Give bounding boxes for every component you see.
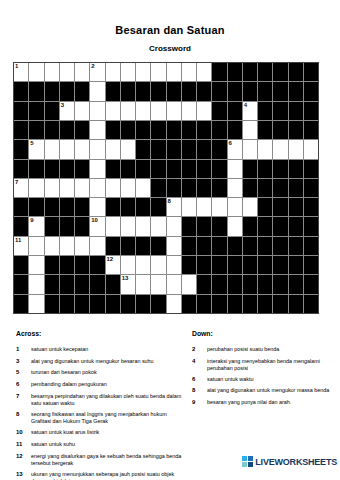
letter-cell-r3c12[interactable]: [182, 102, 196, 120]
block-cell: [273, 256, 287, 274]
clue-number-5: 5: [30, 140, 33, 147]
letter-cell-r1c10[interactable]: [151, 63, 165, 81]
letter-cell-r3c7[interactable]: [106, 102, 120, 120]
block-cell: [228, 237, 242, 255]
letter-cell-r8c12[interactable]: [182, 198, 196, 216]
block-cell: [273, 63, 287, 81]
letter-cell-r10c1[interactable]: 11: [14, 237, 28, 255]
block-cell: [197, 217, 211, 235]
letter-cell-r7c9[interactable]: [136, 179, 150, 197]
letter-cell-r7c1[interactable]: 7: [14, 179, 28, 197]
block-cell: [304, 121, 318, 139]
block-cell: [45, 198, 59, 216]
block-cell: [258, 102, 272, 120]
block-cell: [45, 121, 59, 139]
letter-cell-r7c4[interactable]: [60, 179, 74, 197]
block-cell: [45, 256, 59, 274]
block-cell: [182, 217, 196, 235]
clue-num: 8: [16, 411, 31, 425]
block-cell: [182, 121, 196, 139]
block-cell: [45, 275, 59, 293]
letter-cell-r3c13[interactable]: [197, 102, 211, 120]
page-subtitle: Crossword: [0, 44, 340, 53]
block-cell: [14, 102, 28, 120]
block-cell: [304, 102, 318, 120]
letter-cell-r2c6[interactable]: [90, 82, 104, 100]
liveworksheets-logo-text: LIVEWORKSHEETS: [255, 457, 337, 467]
letter-cell-r10c11[interactable]: [167, 237, 181, 255]
block-cell: [228, 102, 242, 120]
across-clue-12: 12energi yang disalurkan gaya ke sebuah …: [16, 453, 186, 467]
letter-cell-r1c11[interactable]: [167, 63, 181, 81]
letter-cell-r5c5[interactable]: [75, 140, 89, 158]
block-cell: [121, 160, 135, 178]
letter-cell-r6c15[interactable]: [228, 160, 242, 178]
block-cell: [182, 140, 196, 158]
clue-number-11: 11: [15, 237, 21, 244]
block-cell: [243, 256, 257, 274]
letter-cell-r9c10[interactable]: [151, 217, 165, 235]
block-cell: [197, 160, 211, 178]
clue-number-13: 13: [122, 275, 129, 282]
letter-cell-r12c9[interactable]: [136, 275, 150, 293]
block-cell: [151, 160, 165, 178]
letter-cell-r7c7[interactable]: [106, 179, 120, 197]
block-cell: [304, 63, 318, 81]
letter-cell-r1c9[interactable]: [136, 63, 150, 81]
block-cell: [197, 140, 211, 158]
block-cell: [289, 295, 303, 313]
clue-number-9: 9: [30, 217, 33, 224]
letter-cell-r5c8[interactable]: [121, 140, 135, 158]
block-cell: [289, 179, 303, 197]
clue-text: interaksi yang menyebabkan benda mengala…: [207, 358, 336, 372]
letter-cell-r1c2[interactable]: [29, 63, 43, 81]
clue-number-12: 12: [107, 256, 114, 263]
block-cell: [304, 256, 318, 274]
block-cell: [258, 198, 272, 216]
block-cell: [197, 82, 211, 100]
letter-cell-r3c16[interactable]: 4: [243, 102, 257, 120]
letter-cell-r3c5[interactable]: [75, 102, 89, 120]
block-cell: [289, 102, 303, 120]
letter-cell-r1c12[interactable]: [182, 63, 196, 81]
block-cell: [45, 160, 59, 178]
block-cell: [29, 82, 43, 100]
block-cell: [273, 198, 287, 216]
letter-cell-r9c8[interactable]: [121, 217, 135, 235]
block-cell: [60, 295, 74, 313]
down-list: 2perubahan posisi suatu benda4interaksi …: [192, 346, 336, 407]
clue-num: 1: [16, 346, 31, 354]
block-cell: [121, 295, 135, 313]
block-cell: [304, 217, 318, 235]
block-cell: [228, 295, 242, 313]
block-cell: [197, 237, 211, 255]
clue-text: turunan dari besaran pokok: [31, 369, 186, 377]
block-cell: [14, 198, 28, 216]
block-cell: [243, 160, 257, 178]
block-cell: [289, 256, 303, 274]
letter-cell-r12c2[interactable]: [29, 275, 43, 293]
across-clue-11: 11satuan untuk suhu: [16, 441, 186, 449]
block-cell: [212, 82, 226, 100]
clue-number-10: 10: [91, 217, 98, 224]
block-cell: [289, 82, 303, 100]
block-cell: [121, 198, 135, 216]
letter-cell-r9c9[interactable]: [136, 217, 150, 235]
block-cell: [14, 140, 28, 158]
block-cell: [182, 82, 196, 100]
clue-number-6: 6: [229, 140, 232, 147]
block-cell: [243, 179, 257, 197]
block-cell: [243, 217, 257, 235]
block-cell: [258, 63, 272, 81]
letter-cell-r11c9[interactable]: [136, 256, 150, 274]
clue-number-4: 4: [244, 102, 247, 109]
block-cell: [60, 121, 74, 139]
block-cell: [212, 140, 226, 158]
letter-cell-r10c3[interactable]: [45, 237, 59, 255]
block-cell: [167, 82, 181, 100]
letter-cell-r11c8[interactable]: [121, 256, 135, 274]
block-cell: [258, 179, 272, 197]
block-cell: [151, 198, 165, 216]
clue-text: alat yang digunakan untuk mengukur massa…: [207, 387, 336, 395]
block-cell: [289, 237, 303, 255]
letter-cell-r10c5[interactable]: [75, 237, 89, 255]
block-cell: [14, 121, 28, 139]
block-cell: [151, 140, 165, 158]
letter-cell-r5c2[interactable]: 5: [29, 140, 43, 158]
letter-cell-r12c10[interactable]: [151, 275, 165, 293]
clue-text: pembanding dalam pengukuran: [31, 381, 186, 389]
down-clue-6: 6satuan untuk waktu: [192, 376, 336, 384]
block-cell: [167, 179, 181, 197]
clue-text: satuan untuk suhu: [31, 441, 186, 449]
across-clue-13: 13ukuran yang menunjukkan seberapa jauh …: [16, 471, 186, 480]
block-cell: [273, 82, 287, 100]
clue-text: perubahan posisi suatu benda: [207, 346, 336, 354]
letter-cell-r8c15[interactable]: [228, 198, 242, 216]
block-cell: [14, 275, 28, 293]
letter-cell-r1c7[interactable]: [106, 63, 120, 81]
letter-cell-r11c2[interactable]: [29, 256, 43, 274]
letter-cell-r8c13[interactable]: [197, 198, 211, 216]
block-cell: [29, 160, 43, 178]
letter-cell-r5c3[interactable]: [45, 140, 59, 158]
clue-text: satuan untuk waktu: [207, 376, 336, 384]
across-clue-1: 1satuan untuk kecepatan: [16, 346, 186, 354]
block-cell: [212, 121, 226, 139]
block-cell: [258, 82, 272, 100]
block-cell: [258, 237, 272, 255]
letter-cell-r9c6[interactable]: 10: [90, 217, 104, 235]
block-cell: [75, 295, 89, 313]
clue-num: 9: [192, 399, 207, 407]
clue-text: besaran yang punya nilai dan arah.: [207, 399, 336, 407]
block-cell: [304, 82, 318, 100]
block-cell: [136, 121, 150, 139]
block-cell: [121, 121, 135, 139]
down-clue-2: 2perubahan posisi suatu benda: [192, 346, 336, 354]
block-cell: [212, 63, 226, 81]
clue-num: 6: [192, 376, 207, 384]
block-cell: [273, 160, 287, 178]
letter-cell-r3c8[interactable]: [121, 102, 135, 120]
block-cell: [182, 179, 196, 197]
block-cell: [273, 295, 287, 313]
clue-text: energi yang disalurkan gaya ke sebuah be…: [31, 453, 186, 467]
block-cell: [151, 121, 165, 139]
block-cell: [136, 237, 150, 255]
block-cell: [289, 160, 303, 178]
letter-cell-r1c3[interactable]: [45, 63, 59, 81]
block-cell: [212, 179, 226, 197]
block-cell: [212, 256, 226, 274]
block-cell: [75, 82, 89, 100]
block-cell: [151, 179, 165, 197]
block-cell: [90, 295, 104, 313]
block-cell: [212, 217, 226, 235]
across-clues: Across: 1satuan untuk kecepatan3alat yan…: [16, 330, 186, 480]
letter-cell-r1c5[interactable]: [75, 63, 89, 81]
block-cell: [60, 217, 74, 235]
across-clue-10: 10satuan untuk kuat arus listrik: [16, 429, 186, 437]
block-cell: [228, 121, 242, 139]
down-clues: Down: 2perubahan posisi suatu benda4inte…: [192, 330, 336, 411]
block-cell: [90, 275, 104, 293]
letter-cell-r7c15[interactable]: [228, 179, 242, 197]
across-clue-5: 5turunan dari besaran pokok: [16, 369, 186, 377]
block-cell: [136, 295, 150, 313]
clue-text: besarnya perpindahan yang dilakukan oleh…: [31, 393, 186, 407]
clue-num: 2: [192, 346, 207, 354]
block-cell: [197, 121, 211, 139]
letter-cell-r3c11[interactable]: [167, 102, 181, 120]
block-cell: [197, 295, 211, 313]
block-cell: [258, 256, 272, 274]
letter-cell-r3c4[interactable]: 3: [60, 102, 74, 120]
letter-cell-r10c6[interactable]: [90, 237, 104, 255]
block-cell: [304, 179, 318, 197]
block-cell: [14, 256, 28, 274]
clue-num: 10: [16, 429, 31, 437]
letter-cell-r7c8[interactable]: [121, 179, 135, 197]
block-cell: [75, 198, 89, 216]
letter-cell-r3c9[interactable]: [136, 102, 150, 120]
block-cell: [243, 82, 257, 100]
letter-cell-r6c6[interactable]: [90, 160, 104, 178]
clue-text: satuan untuk kecepatan: [31, 346, 186, 354]
block-cell: [106, 237, 120, 255]
clue-text: seorang fisikawan asal Inggris yang menj…: [31, 411, 186, 425]
letter-cell-r13c2[interactable]: [29, 295, 43, 313]
letter-cell-r4c16[interactable]: [243, 121, 257, 139]
block-cell: [182, 295, 196, 313]
block-cell: [243, 237, 257, 255]
block-cell: [45, 217, 59, 235]
block-cell: [136, 140, 150, 158]
block-cell: [182, 237, 196, 255]
down-clue-4: 4interaksi yang menyebabkan benda mengal…: [192, 358, 336, 372]
block-cell: [243, 295, 257, 313]
clue-num: 13: [16, 471, 31, 480]
across-clue-8: 8seorang fisikawan asal Inggris yang men…: [16, 411, 186, 425]
block-cell: [304, 275, 318, 293]
block-cell: [106, 160, 120, 178]
letter-cell-r12c12[interactable]: [182, 275, 196, 293]
letter-cell-r5c17[interactable]: [258, 140, 272, 158]
clue-num: 7: [16, 393, 31, 407]
letter-cell-r10c2[interactable]: [29, 237, 43, 255]
letter-cell-r12c11[interactable]: [167, 275, 181, 293]
block-cell: [289, 121, 303, 139]
letter-cell-r10c4[interactable]: [60, 237, 74, 255]
letter-cell-r3c6[interactable]: [90, 102, 104, 120]
letter-cell-r5c19[interactable]: [289, 140, 303, 158]
letter-cell-r1c1[interactable]: 1: [14, 63, 28, 81]
clue-num: 8: [192, 387, 207, 395]
block-cell: [197, 256, 211, 274]
block-cell: [197, 275, 211, 293]
clue-num: 5: [16, 369, 31, 377]
letter-cell-r12c8[interactable]: 13: [121, 275, 135, 293]
block-cell: [243, 275, 257, 293]
block-cell: [151, 237, 165, 255]
block-cell: [289, 63, 303, 81]
block-cell: [106, 295, 120, 313]
clue-number-3: 3: [61, 102, 64, 109]
block-cell: [212, 295, 226, 313]
letter-cell-r11c10[interactable]: [151, 256, 165, 274]
letter-cell-r1c6[interactable]: 2: [90, 63, 104, 81]
block-cell: [289, 275, 303, 293]
block-cell: [182, 160, 196, 178]
clue-text: ukuran yang menunjukkan seberapa jauh po…: [31, 471, 186, 480]
clue-num: 12: [16, 453, 31, 467]
clue-number-7: 7: [15, 179, 18, 186]
letter-cell-r8c11[interactable]: 8: [167, 198, 181, 216]
letter-cell-r1c13[interactable]: [197, 63, 211, 81]
block-cell: [60, 256, 74, 274]
block-cell: [304, 198, 318, 216]
letter-cell-r9c11[interactable]: [167, 217, 181, 235]
block-cell: [29, 198, 43, 216]
letter-cell-r11c7[interactable]: 12: [106, 256, 120, 274]
block-cell: [197, 179, 211, 197]
letter-cell-r7c6[interactable]: [90, 179, 104, 197]
clue-number-2: 2: [91, 63, 94, 70]
block-cell: [167, 160, 181, 178]
letter-cell-r4c6[interactable]: [90, 121, 104, 139]
block-cell: [60, 160, 74, 178]
block-cell: [14, 160, 28, 178]
block-cell: [243, 63, 257, 81]
block-cell: [75, 121, 89, 139]
clue-num: 4: [192, 358, 207, 372]
across-clue-6: 6pembanding dalam pengukuran: [16, 381, 186, 389]
letter-cell-r5c18[interactable]: [273, 140, 287, 158]
liveworksheets-grid-icon: [242, 456, 253, 467]
crossword-grid: 12345678910111213: [13, 62, 319, 314]
block-cell: [106, 198, 120, 216]
letter-cell-r5c16[interactable]: [243, 140, 257, 158]
letter-cell-r8c14[interactable]: [212, 198, 226, 216]
block-cell: [14, 82, 28, 100]
block-cell: [151, 295, 165, 313]
block-cell: [106, 121, 120, 139]
across-list: 1satuan untuk kecepatan3alat yang diguna…: [16, 346, 186, 480]
block-cell: [75, 275, 89, 293]
letter-cell-r7c2[interactable]: [29, 179, 43, 197]
block-cell: [14, 295, 28, 313]
block-cell: [228, 256, 242, 274]
block-cell: [29, 121, 43, 139]
block-cell: [304, 160, 318, 178]
letter-cell-r7c5[interactable]: [75, 179, 89, 197]
across-heading: Across:: [16, 330, 186, 339]
block-cell: [258, 295, 272, 313]
block-cell: [273, 237, 287, 255]
liveworksheets-logo[interactable]: LIVEWORKSHEETS: [242, 456, 337, 467]
block-cell: [289, 217, 303, 235]
block-cell: [29, 102, 43, 120]
clue-text: satuan untuk kuat arus listrik: [31, 429, 186, 437]
block-cell: [289, 198, 303, 216]
block-cell: [273, 102, 287, 120]
letter-cell-r7c3[interactable]: [45, 179, 59, 197]
block-cell: [151, 82, 165, 100]
letter-cell-r9c15[interactable]: [228, 217, 242, 235]
block-cell: [167, 140, 181, 158]
letter-cell-r13c11[interactable]: [167, 295, 181, 313]
block-cell: [212, 160, 226, 178]
letter-cell-r11c11[interactable]: [167, 256, 181, 274]
letter-cell-r5c7[interactable]: [106, 140, 120, 158]
letter-cell-r9c7[interactable]: [106, 217, 120, 235]
block-cell: [75, 160, 89, 178]
letter-cell-r1c8[interactable]: [121, 63, 135, 81]
block-cell: [60, 82, 74, 100]
letter-cell-r8c6[interactable]: [90, 198, 104, 216]
letter-cell-r5c20[interactable]: [304, 140, 318, 158]
block-cell: [45, 295, 59, 313]
letter-cell-r9c2[interactable]: 9: [29, 217, 43, 235]
block-cell: [167, 121, 181, 139]
letter-cell-r5c6[interactable]: [90, 140, 104, 158]
block-cell: [212, 275, 226, 293]
block-cell: [228, 82, 242, 100]
letter-cell-r1c4[interactable]: [60, 63, 74, 81]
letter-cell-r5c4[interactable]: [60, 140, 74, 158]
clue-number-1: 1: [15, 63, 18, 70]
block-cell: [60, 198, 74, 216]
letter-cell-r5c15[interactable]: 6: [228, 140, 242, 158]
across-clue-7: 7besarnya perpindahan yang dilakukan ole…: [16, 393, 186, 407]
letter-cell-r8c16[interactable]: [243, 198, 257, 216]
block-cell: [182, 256, 196, 274]
block-cell: [60, 275, 74, 293]
block-cell: [228, 63, 242, 81]
block-cell: [273, 179, 287, 197]
block-cell: [75, 217, 89, 235]
block-cell: [258, 121, 272, 139]
block-cell: [121, 82, 135, 100]
letter-cell-r3c10[interactable]: [151, 102, 165, 120]
block-cell: [106, 82, 120, 100]
block-cell: [136, 160, 150, 178]
